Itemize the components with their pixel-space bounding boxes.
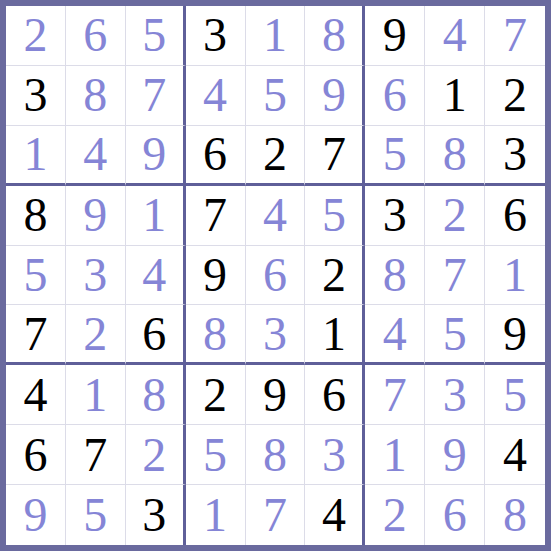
sudoku-cell-r2c7[interactable]: 6 bbox=[365, 66, 425, 126]
sudoku-cell-r3c3[interactable]: 9 bbox=[126, 126, 186, 186]
sudoku-cell-r2c1[interactable]: 3 bbox=[6, 66, 66, 126]
sudoku-cell-r5c4[interactable]: 9 bbox=[186, 246, 246, 306]
sudoku-cell-r7c1[interactable]: 4 bbox=[6, 365, 66, 425]
sudoku-cell-r2c5[interactable]: 5 bbox=[246, 66, 306, 126]
sudoku-cell-r9c8[interactable]: 6 bbox=[425, 485, 485, 545]
sudoku-cell-r1c5[interactable]: 1 bbox=[246, 6, 306, 66]
sudoku-cell-r1c6[interactable]: 8 bbox=[305, 6, 365, 66]
sudoku-cell-r5c7[interactable]: 8 bbox=[365, 246, 425, 306]
sudoku-cell-r6c9[interactable]: 9 bbox=[485, 305, 545, 365]
sudoku-cell-r4c4[interactable]: 7 bbox=[186, 186, 246, 246]
sudoku-cell-r1c9[interactable]: 7 bbox=[485, 6, 545, 66]
sudoku-cell-r3c2[interactable]: 4 bbox=[66, 126, 126, 186]
sudoku-cell-r4c1[interactable]: 8 bbox=[6, 186, 66, 246]
sudoku-cell-r1c7[interactable]: 9 bbox=[365, 6, 425, 66]
sudoku-cell-r3c8[interactable]: 8 bbox=[425, 126, 485, 186]
sudoku-cell-r6c8[interactable]: 5 bbox=[425, 305, 485, 365]
sudoku-cell-r7c7[interactable]: 7 bbox=[365, 365, 425, 425]
sudoku-cell-r1c8[interactable]: 4 bbox=[425, 6, 485, 66]
sudoku-cell-r6c6[interactable]: 1 bbox=[305, 305, 365, 365]
sudoku-cell-r2c2[interactable]: 8 bbox=[66, 66, 126, 126]
sudoku-cell-r8c4[interactable]: 5 bbox=[186, 425, 246, 485]
sudoku-cell-r8c9[interactable]: 4 bbox=[485, 425, 545, 485]
sudoku-cell-r9c1[interactable]: 9 bbox=[6, 485, 66, 545]
sudoku-cell-r8c1[interactable]: 6 bbox=[6, 425, 66, 485]
sudoku-cell-r3c6[interactable]: 7 bbox=[305, 126, 365, 186]
sudoku-cell-r9c2[interactable]: 5 bbox=[66, 485, 126, 545]
sudoku-cell-r2c8[interactable]: 1 bbox=[425, 66, 485, 126]
sudoku-cell-r5c9[interactable]: 1 bbox=[485, 246, 545, 306]
sudoku-cell-r8c7[interactable]: 1 bbox=[365, 425, 425, 485]
sudoku-cell-r6c3[interactable]: 6 bbox=[126, 305, 186, 365]
sudoku-cell-r4c8[interactable]: 2 bbox=[425, 186, 485, 246]
sudoku-cell-r6c7[interactable]: 4 bbox=[365, 305, 425, 365]
sudoku-cell-r7c2[interactable]: 1 bbox=[66, 365, 126, 425]
sudoku-cell-r1c1[interactable]: 2 bbox=[6, 6, 66, 66]
sudoku-cell-r5c2[interactable]: 3 bbox=[66, 246, 126, 306]
sudoku-cell-r1c3[interactable]: 5 bbox=[126, 6, 186, 66]
sudoku-cell-r7c5[interactable]: 9 bbox=[246, 365, 306, 425]
sudoku-cell-r2c9[interactable]: 2 bbox=[485, 66, 545, 126]
sudoku-cell-r2c6[interactable]: 9 bbox=[305, 66, 365, 126]
sudoku-cell-r3c9[interactable]: 3 bbox=[485, 126, 545, 186]
sudoku-cell-r3c1[interactable]: 1 bbox=[6, 126, 66, 186]
sudoku-cell-r9c4[interactable]: 1 bbox=[186, 485, 246, 545]
sudoku-cell-r1c2[interactable]: 6 bbox=[66, 6, 126, 66]
sudoku-cell-r2c3[interactable]: 7 bbox=[126, 66, 186, 126]
sudoku-cell-r7c9[interactable]: 5 bbox=[485, 365, 545, 425]
sudoku-cell-r6c5[interactable]: 3 bbox=[246, 305, 306, 365]
sudoku-cell-r8c6[interactable]: 3 bbox=[305, 425, 365, 485]
sudoku-cell-r9c5[interactable]: 7 bbox=[246, 485, 306, 545]
sudoku-cell-r6c4[interactable]: 8 bbox=[186, 305, 246, 365]
sudoku-cell-r5c6[interactable]: 2 bbox=[305, 246, 365, 306]
sudoku-cell-r6c1[interactable]: 7 bbox=[6, 305, 66, 365]
sudoku-cell-r7c6[interactable]: 6 bbox=[305, 365, 365, 425]
sudoku-cell-r2c4[interactable]: 4 bbox=[186, 66, 246, 126]
sudoku-cell-r3c5[interactable]: 2 bbox=[246, 126, 306, 186]
sudoku-cell-r4c2[interactable]: 9 bbox=[66, 186, 126, 246]
sudoku-cell-r3c4[interactable]: 6 bbox=[186, 126, 246, 186]
sudoku-cell-r7c3[interactable]: 8 bbox=[126, 365, 186, 425]
sudoku-cell-r1c4[interactable]: 3 bbox=[186, 6, 246, 66]
sudoku-cell-r4c6[interactable]: 5 bbox=[305, 186, 365, 246]
sudoku-cell-r9c6[interactable]: 4 bbox=[305, 485, 365, 545]
sudoku-cell-r8c3[interactable]: 2 bbox=[126, 425, 186, 485]
sudoku-cell-r5c8[interactable]: 7 bbox=[425, 246, 485, 306]
sudoku-cell-r8c5[interactable]: 8 bbox=[246, 425, 306, 485]
sudoku-cell-r8c2[interactable]: 7 bbox=[66, 425, 126, 485]
sudoku-cell-r3c7[interactable]: 5 bbox=[365, 126, 425, 186]
sudoku-cell-r9c3[interactable]: 3 bbox=[126, 485, 186, 545]
sudoku-cell-r5c5[interactable]: 6 bbox=[246, 246, 306, 306]
sudoku-cell-r7c4[interactable]: 2 bbox=[186, 365, 246, 425]
sudoku-board: 2653189473874596121496275838917453265349… bbox=[0, 0, 551, 551]
sudoku-cell-r8c8[interactable]: 9 bbox=[425, 425, 485, 485]
sudoku-cell-r5c1[interactable]: 5 bbox=[6, 246, 66, 306]
sudoku-cell-r5c3[interactable]: 4 bbox=[126, 246, 186, 306]
sudoku-cell-r9c7[interactable]: 2 bbox=[365, 485, 425, 545]
sudoku-cell-r4c5[interactable]: 4 bbox=[246, 186, 306, 246]
sudoku-cell-r7c8[interactable]: 3 bbox=[425, 365, 485, 425]
sudoku-cell-r9c9[interactable]: 8 bbox=[485, 485, 545, 545]
sudoku-cell-r4c3[interactable]: 1 bbox=[126, 186, 186, 246]
sudoku-cell-r6c2[interactable]: 2 bbox=[66, 305, 126, 365]
sudoku-cell-r4c7[interactable]: 3 bbox=[365, 186, 425, 246]
sudoku-cell-r4c9[interactable]: 6 bbox=[485, 186, 545, 246]
